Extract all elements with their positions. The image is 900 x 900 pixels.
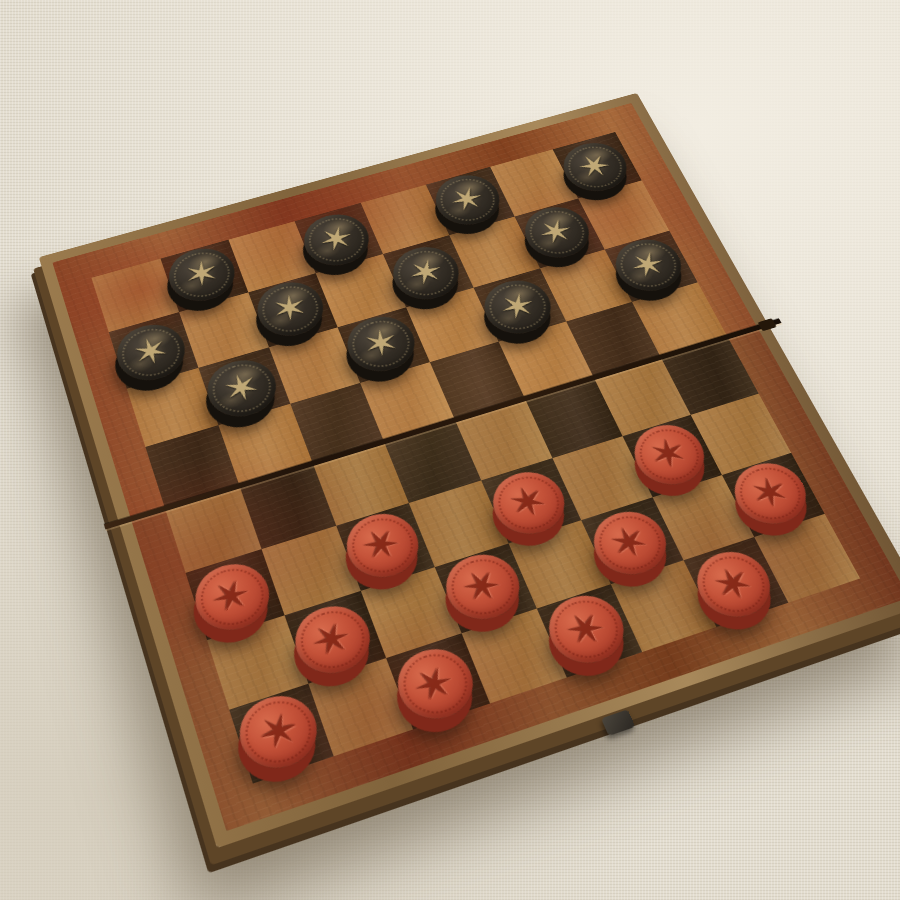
checkers-board: ✶✶✶✶✶✶✶✶✶✶✶✶✶✶✶✶✶✶✶✶✶✶✶✶ bbox=[39, 93, 900, 848]
clasp-hardware bbox=[601, 709, 635, 736]
board-scene: ✶✶✶✶✶✶✶✶✶✶✶✶✶✶✶✶✶✶✶✶✶✶✶✶ bbox=[39, 93, 900, 848]
photo-canvas: ✶✶✶✶✶✶✶✶✶✶✶✶✶✶✶✶✶✶✶✶✶✶✶✶ bbox=[0, 0, 900, 900]
